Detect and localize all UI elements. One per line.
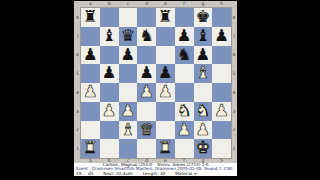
square-f1[interactable] <box>175 139 194 158</box>
square-d3[interactable] <box>137 102 156 121</box>
rank-label-left-7: 7 <box>74 27 81 46</box>
square-g2[interactable]: ♟ <box>194 121 213 140</box>
square-c7[interactable]: ♛ <box>119 27 138 46</box>
black-knight-f6: ♞ <box>177 46 192 65</box>
square-e7[interactable] <box>156 27 175 46</box>
rank-labels-right: 87654321 <box>231 8 237 158</box>
square-a4[interactable]: ♟ <box>81 83 100 102</box>
rank-label-right-5: 5 <box>231 64 237 83</box>
rank-label-right-3: 3 <box>231 102 237 121</box>
square-e3[interactable] <box>156 102 175 121</box>
square-h8[interactable] <box>212 8 231 27</box>
white-bishop-g5: ♝ <box>195 64 210 83</box>
black-pawn-g6: ♟ <box>195 46 210 65</box>
black-pawn-h7: ♟ <box>214 27 229 46</box>
white-pawn-h3: ♟ <box>214 102 229 121</box>
file-label-top-a: a <box>81 1 100 8</box>
white-rook-a1: ♜ <box>83 139 98 158</box>
square-c6[interactable]: ♟ <box>119 46 138 65</box>
black-king-g8: ♚ <box>195 8 210 27</box>
square-c4[interactable] <box>119 83 138 102</box>
square-b6[interactable] <box>100 46 119 65</box>
white-bishop-c2: ♝ <box>120 121 135 140</box>
square-f6[interactable]: ♞ <box>175 46 194 65</box>
square-a8[interactable]: ♜ <box>81 8 100 27</box>
chessboard-panel: abcdefgh 87654321 ♜♜♚♝♛♞♟♝♟♟♟♞♟♟♟♟♝♟♟♟♟♟… <box>74 1 237 176</box>
square-h2[interactable] <box>212 121 231 140</box>
square-b5[interactable]: ♟ <box>100 64 119 83</box>
white-pawn-g2: ♟ <box>195 121 210 140</box>
game-length-label: Length: 40 <box>143 172 166 176</box>
square-h4[interactable] <box>212 83 231 102</box>
square-d1[interactable] <box>137 139 156 158</box>
square-a2[interactable] <box>81 121 100 140</box>
square-g4[interactable] <box>194 83 213 102</box>
square-a6[interactable]: ♟ <box>81 46 100 65</box>
square-e8[interactable]: ♜ <box>156 8 175 27</box>
square-d5[interactable]: ♟ <box>137 64 156 83</box>
rank-labels-left: 87654321 <box>74 8 81 158</box>
square-c1[interactable] <box>119 139 138 158</box>
square-e2[interactable] <box>156 121 175 140</box>
next-move-label: Next: 20.dxe5 <box>103 172 132 176</box>
square-g8[interactable]: ♚ <box>194 8 213 27</box>
file-label-top-d: d <box>137 1 156 8</box>
square-f8[interactable] <box>175 8 194 27</box>
rank-label-right-8: 8 <box>231 8 237 27</box>
white-pawn-b3: ♟ <box>102 102 117 121</box>
black-pawn-a6: ♟ <box>83 46 98 65</box>
rank-label-right-1: 1 <box>231 139 237 158</box>
white-pawn-c3: ♟ <box>120 102 135 121</box>
square-e6[interactable] <box>156 46 175 65</box>
square-c5[interactable] <box>119 64 138 83</box>
square-b8[interactable] <box>100 8 119 27</box>
black-pawn-e5: ♟ <box>158 64 173 83</box>
rank-label-right-4: 4 <box>231 83 237 102</box>
square-a1[interactable]: ♜ <box>81 139 100 158</box>
file-label-top-g: g <box>194 1 213 8</box>
square-a3[interactable] <box>81 102 100 121</box>
rank-label-left-4: 4 <box>74 83 81 102</box>
square-h3[interactable]: ♟ <box>212 102 231 121</box>
square-f2[interactable]: ♟ <box>175 121 194 140</box>
square-f4[interactable] <box>175 83 194 102</box>
black-rook-a8: ♜ <box>83 8 98 27</box>
rank-label-left-5: 5 <box>74 64 81 83</box>
white-king-g1: ♚ <box>195 139 210 158</box>
black-queen-c7: ♛ <box>120 27 135 46</box>
square-d7[interactable]: ♞ <box>137 27 156 46</box>
square-a5[interactable] <box>81 64 100 83</box>
black-bishop-g7: ♝ <box>195 27 210 46</box>
black-knight-d7: ♞ <box>139 27 154 46</box>
rank-label-right-6: 6 <box>231 46 237 65</box>
square-e5[interactable]: ♟ <box>156 64 175 83</box>
square-g6[interactable]: ♟ <box>194 46 213 65</box>
square-e1[interactable]: ♜ <box>156 139 175 158</box>
file-label-top-e: e <box>156 1 175 8</box>
rank-label-left-6: 6 <box>74 46 81 65</box>
rank-label-left-1: 1 <box>74 139 81 158</box>
rank-label-left-8: 8 <box>74 8 81 27</box>
square-c8[interactable] <box>119 8 138 27</box>
square-g1[interactable]: ♚ <box>194 139 213 158</box>
white-pawn-a4: ♟ <box>83 83 98 102</box>
square-f3[interactable]: ♞ <box>175 102 194 121</box>
rank-label-left-3: 3 <box>74 102 81 121</box>
square-f7[interactable]: ♟ <box>175 27 194 46</box>
black-pawn-f7: ♟ <box>177 27 192 46</box>
square-c2[interactable]: ♝ <box>119 121 138 140</box>
file-label-top-c: c <box>119 1 138 8</box>
square-e4[interactable]: ♟ <box>156 83 175 102</box>
rank-label-right-2: 2 <box>231 121 237 140</box>
square-b4[interactable] <box>100 83 119 102</box>
file-label-top-f: f <box>175 1 194 8</box>
white-pawn-d4: ♟ <box>139 83 154 102</box>
rank-label-left-2: 2 <box>74 121 81 140</box>
black-bishop-b7: ♝ <box>102 27 117 46</box>
black-pawn-d5: ♟ <box>139 64 154 83</box>
black-pawn-b5: ♟ <box>102 64 117 83</box>
square-d8[interactable] <box>137 8 156 27</box>
black-rook-e8: ♜ <box>158 8 173 27</box>
current-move-label: 19 ... d5 <box>76 172 93 176</box>
square-b3[interactable]: ♟ <box>100 102 119 121</box>
square-h5[interactable] <box>212 64 231 83</box>
square-g7[interactable]: ♝ <box>194 27 213 46</box>
file-labels-top: abcdefgh <box>81 1 231 8</box>
square-b2[interactable] <box>100 121 119 140</box>
square-d6[interactable] <box>137 46 156 65</box>
square-d4[interactable]: ♟ <box>137 83 156 102</box>
file-label-top-b: b <box>100 1 119 8</box>
square-h1[interactable] <box>212 139 231 158</box>
square-d2[interactable]: ♛ <box>137 121 156 140</box>
white-pawn-f2: ♟ <box>177 121 192 140</box>
square-b1[interactable] <box>100 139 119 158</box>
material-balance-label: Material = <box>175 172 197 176</box>
square-c3[interactable]: ♟ <box>119 102 138 121</box>
black-pawn-c6: ♟ <box>120 46 135 65</box>
rank-label-right-7: 7 <box>231 27 237 46</box>
square-g3[interactable]: ♞ <box>194 102 213 121</box>
square-a7[interactable] <box>81 27 100 46</box>
white-pawn-e4: ♟ <box>158 83 173 102</box>
status-line: 19 ... d5 Next: 20.dxe5 Length: 40 Mater… <box>74 172 237 176</box>
white-knight-f3: ♞ <box>177 102 192 121</box>
file-label-top-h: h <box>212 1 231 8</box>
square-g5[interactable]: ♝ <box>194 64 213 83</box>
square-b7[interactable]: ♝ <box>100 27 119 46</box>
white-rook-e1: ♜ <box>158 139 173 158</box>
game-info-panel: Carlsen, Magnus (2553) - Shirov, Alexei … <box>74 163 237 176</box>
square-f5[interactable] <box>175 64 194 83</box>
white-knight-g3: ♞ <box>195 102 210 121</box>
board: ♜♜♚♝♛♞♟♝♟♟♟♞♟♟♟♟♝♟♟♟♟♟♞♞♟♝♛♟♟♜♜♚ <box>81 8 231 158</box>
white-queen-d2: ♛ <box>139 121 154 140</box>
square-h7[interactable]: ♟ <box>212 27 231 46</box>
square-h6[interactable] <box>212 46 231 65</box>
